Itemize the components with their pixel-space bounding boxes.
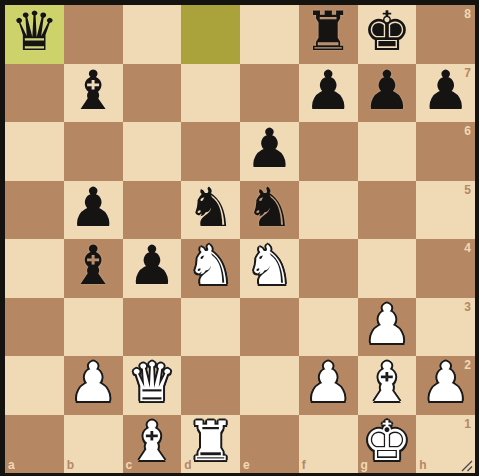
square-a4[interactable] [5, 239, 64, 298]
square-g8[interactable]: ♚ [358, 5, 417, 64]
square-f3[interactable] [299, 298, 358, 357]
square-d1[interactable]: d♜ [181, 415, 240, 474]
square-c1[interactable]: c♝ [123, 415, 182, 474]
piece-black-pawn[interactable]: ♟ [363, 64, 411, 118]
square-d2[interactable] [181, 356, 240, 415]
piece-black-knight[interactable]: ♞ [186, 181, 234, 235]
square-h8[interactable]: 8 [416, 5, 475, 64]
square-g2[interactable]: ♝ [358, 356, 417, 415]
piece-white-bishop[interactable]: ♝ [128, 415, 176, 469]
piece-white-king[interactable]: ♚ [363, 415, 411, 469]
square-e7[interactable] [240, 64, 299, 123]
square-c3[interactable] [123, 298, 182, 357]
square-d8[interactable] [181, 5, 240, 64]
square-e4[interactable]: ♞ [240, 239, 299, 298]
square-h3[interactable]: 3 [416, 298, 475, 357]
square-e2[interactable] [240, 356, 299, 415]
square-h4[interactable]: 4 [416, 239, 475, 298]
coord-file-h: h [419, 459, 426, 471]
coord-rank-5: 5 [464, 184, 471, 196]
square-b4[interactable]: ♝ [64, 239, 123, 298]
square-f7[interactable]: ♟ [299, 64, 358, 123]
square-a2[interactable] [5, 356, 64, 415]
square-g1[interactable]: g♚ [358, 415, 417, 474]
piece-white-pawn[interactable]: ♟ [304, 356, 352, 410]
coord-file-a: a [8, 459, 15, 471]
piece-white-knight[interactable]: ♞ [245, 239, 293, 293]
square-h2[interactable]: 2♟ [416, 356, 475, 415]
piece-black-knight[interactable]: ♞ [245, 181, 293, 235]
coord-rank-1: 1 [464, 418, 471, 430]
square-f1[interactable]: f [299, 415, 358, 474]
square-d4[interactable]: ♞ [181, 239, 240, 298]
square-b7[interactable]: ♝ [64, 64, 123, 123]
square-c5[interactable] [123, 181, 182, 240]
coord-rank-6: 6 [464, 125, 471, 137]
board-resize-handle[interactable] [461, 460, 473, 472]
piece-black-pawn[interactable]: ♟ [245, 122, 293, 176]
chess-board[interactable]: ♛♜♚8♝♟♟7♟♟6♟♞♞5♝♟♞♞4♟3♟♛♟♝2♟abc♝d♜efg♚h1 [5, 5, 475, 473]
square-f2[interactable]: ♟ [299, 356, 358, 415]
coord-rank-3: 3 [464, 301, 471, 313]
square-b5[interactable]: ♟ [64, 181, 123, 240]
coord-rank-8: 8 [464, 8, 471, 20]
square-c8[interactable] [123, 5, 182, 64]
piece-black-pawn[interactable]: ♟ [69, 181, 117, 235]
square-d3[interactable] [181, 298, 240, 357]
square-e5[interactable]: ♞ [240, 181, 299, 240]
piece-white-queen[interactable]: ♛ [128, 356, 176, 410]
square-b8[interactable] [64, 5, 123, 64]
square-e1[interactable]: e [240, 415, 299, 474]
square-g4[interactable] [358, 239, 417, 298]
square-c4[interactable]: ♟ [123, 239, 182, 298]
square-b3[interactable] [64, 298, 123, 357]
piece-black-queen[interactable]: ♛ [10, 5, 58, 59]
piece-black-pawn[interactable]: ♟ [421, 64, 469, 118]
square-a3[interactable] [5, 298, 64, 357]
coord-file-e: e [243, 459, 250, 471]
square-h7[interactable]: 7♟ [416, 64, 475, 123]
square-b1[interactable]: b [64, 415, 123, 474]
square-c7[interactable] [123, 64, 182, 123]
square-g5[interactable] [358, 181, 417, 240]
square-b6[interactable] [64, 122, 123, 181]
square-d7[interactable] [181, 64, 240, 123]
square-f4[interactable] [299, 239, 358, 298]
piece-white-pawn[interactable]: ♟ [69, 356, 117, 410]
piece-black-bishop[interactable]: ♝ [69, 64, 117, 118]
square-a8[interactable]: ♛ [5, 5, 64, 64]
square-e8[interactable] [240, 5, 299, 64]
piece-black-pawn[interactable]: ♟ [128, 239, 176, 293]
piece-white-pawn[interactable]: ♟ [421, 356, 469, 410]
piece-black-king[interactable]: ♚ [363, 5, 411, 59]
square-g7[interactable]: ♟ [358, 64, 417, 123]
square-a5[interactable] [5, 181, 64, 240]
coord-rank-4: 4 [464, 242, 471, 254]
square-f8[interactable]: ♜ [299, 5, 358, 64]
board-container: ♛♜♚8♝♟♟7♟♟6♟♞♞5♝♟♞♞4♟3♟♛♟♝2♟abc♝d♜efg♚h1 [0, 0, 479, 476]
coord-file-b: b [67, 459, 74, 471]
square-b2[interactable]: ♟ [64, 356, 123, 415]
square-d6[interactable] [181, 122, 240, 181]
square-g3[interactable]: ♟ [358, 298, 417, 357]
square-a1[interactable]: a [5, 415, 64, 474]
piece-black-rook[interactable]: ♜ [304, 5, 352, 59]
square-a6[interactable] [5, 122, 64, 181]
square-h6[interactable]: 6 [416, 122, 475, 181]
piece-black-pawn[interactable]: ♟ [304, 64, 352, 118]
square-f5[interactable] [299, 181, 358, 240]
square-c2[interactable]: ♛ [123, 356, 182, 415]
square-c6[interactable] [123, 122, 182, 181]
square-h5[interactable]: 5 [416, 181, 475, 240]
coord-file-f: f [302, 459, 306, 471]
piece-white-bishop[interactable]: ♝ [363, 356, 411, 410]
square-a7[interactable] [5, 64, 64, 123]
square-g6[interactable] [358, 122, 417, 181]
square-e3[interactable] [240, 298, 299, 357]
piece-white-pawn[interactable]: ♟ [363, 298, 411, 352]
piece-white-knight[interactable]: ♞ [186, 239, 234, 293]
piece-black-bishop[interactable]: ♝ [69, 239, 117, 293]
piece-white-rook[interactable]: ♜ [186, 415, 234, 469]
square-d5[interactable]: ♞ [181, 181, 240, 240]
square-f6[interactable] [299, 122, 358, 181]
square-e6[interactable]: ♟ [240, 122, 299, 181]
